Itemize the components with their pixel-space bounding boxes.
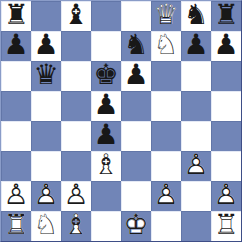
square-c5[interactable]	[61, 91, 91, 121]
square-c1[interactable]: ♝♗	[61, 211, 91, 241]
square-g3[interactable]: ♟♙	[181, 151, 211, 181]
piece-glyph-fill: ♚	[91, 61, 121, 90]
square-f1[interactable]	[151, 211, 181, 241]
piece-black-queen[interactable]: ♛	[31, 61, 61, 91]
piece-glyph-outline: ♖	[211, 211, 241, 240]
piece-glyph-fill: ♟	[91, 91, 121, 120]
piece-black-pawn[interactable]: ♟	[211, 31, 241, 61]
piece-white-king[interactable]: ♚♔	[121, 211, 151, 241]
square-c8[interactable]: ♝	[61, 1, 91, 31]
piece-white-pawn[interactable]: ♟♙	[211, 181, 241, 211]
square-c7[interactable]	[61, 31, 91, 61]
square-b2[interactable]: ♟♙	[31, 181, 61, 211]
piece-glyph-fill: ♟	[211, 31, 241, 60]
square-a6[interactable]	[1, 61, 31, 91]
piece-black-pawn[interactable]: ♟	[1, 31, 31, 61]
piece-black-king[interactable]: ♚	[91, 61, 121, 91]
piece-glyph-outline: ♘	[31, 211, 61, 240]
square-b5[interactable]	[31, 91, 61, 121]
square-e6[interactable]: ♟	[121, 61, 151, 91]
square-d2[interactable]	[91, 181, 121, 211]
piece-black-pawn[interactable]: ♟	[91, 121, 121, 151]
piece-glyph-fill: ♞	[121, 31, 151, 60]
piece-glyph-outline: ♙	[1, 181, 31, 210]
piece-glyph-fill: ♝	[61, 1, 91, 30]
square-a4[interactable]	[1, 121, 31, 151]
square-g5[interactable]	[181, 91, 211, 121]
square-e4[interactable]	[121, 121, 151, 151]
square-b4[interactable]	[31, 121, 61, 151]
piece-white-knight[interactable]: ♞♘	[31, 211, 61, 241]
square-d3[interactable]: ♝♗	[91, 151, 121, 181]
square-g7[interactable]: ♟	[181, 31, 211, 61]
square-c3[interactable]	[61, 151, 91, 181]
square-e2[interactable]	[121, 181, 151, 211]
square-g1[interactable]	[181, 211, 211, 241]
square-g8[interactable]: ♞	[181, 1, 211, 31]
square-d8[interactable]	[91, 1, 121, 31]
square-d4[interactable]: ♟	[91, 121, 121, 151]
square-f8[interactable]: ♛♕	[151, 1, 181, 31]
square-h1[interactable]: ♜♖	[211, 211, 241, 241]
piece-glyph-outline: ♘	[151, 31, 181, 60]
square-h3[interactable]	[211, 151, 241, 181]
square-b3[interactable]	[31, 151, 61, 181]
piece-white-pawn[interactable]: ♟♙	[61, 181, 91, 211]
piece-white-pawn[interactable]: ♟♙	[1, 181, 31, 211]
square-a3[interactable]	[1, 151, 31, 181]
piece-white-pawn[interactable]: ♟♙	[31, 181, 61, 211]
square-e8[interactable]	[121, 1, 151, 31]
piece-glyph-outline: ♕	[151, 1, 181, 30]
square-d6[interactable]: ♚	[91, 61, 121, 91]
chess-board: ♜♝♛♕♞♜♟♟♞♞♘♟♟♛♚♟♟♟♝♗♟♙♟♙♟♙♟♙♟♙♟♙♜♖♞♘♝♗♚♔…	[0, 0, 242, 242]
piece-white-pawn[interactable]: ♟♙	[151, 181, 181, 211]
square-f4[interactable]	[151, 121, 181, 151]
piece-white-rook[interactable]: ♜♖	[1, 211, 31, 241]
square-h5[interactable]	[211, 91, 241, 121]
piece-black-pawn[interactable]: ♟	[91, 91, 121, 121]
square-d7[interactable]	[91, 31, 121, 61]
square-f5[interactable]	[151, 91, 181, 121]
piece-glyph-outline: ♙	[211, 181, 241, 210]
piece-glyph-fill: ♜	[1, 1, 31, 30]
square-e1[interactable]: ♚♔	[121, 211, 151, 241]
square-h4[interactable]	[211, 121, 241, 151]
piece-glyph-fill: ♜	[211, 1, 241, 30]
piece-white-rook[interactable]: ♜♖	[211, 211, 241, 241]
piece-glyph-outline: ♙	[151, 181, 181, 210]
square-h8[interactable]: ♜	[211, 1, 241, 31]
piece-glyph-fill: ♟	[121, 61, 151, 90]
piece-glyph-outline: ♗	[91, 151, 121, 180]
piece-glyph-fill: ♟	[1, 31, 31, 60]
square-b7[interactable]: ♟	[31, 31, 61, 61]
piece-black-pawn[interactable]: ♟	[181, 31, 211, 61]
square-h6[interactable]	[211, 61, 241, 91]
square-b8[interactable]	[31, 1, 61, 31]
square-b1[interactable]: ♞♘	[31, 211, 61, 241]
square-h2[interactable]: ♟♙	[211, 181, 241, 211]
square-c4[interactable]	[61, 121, 91, 151]
square-a2[interactable]: ♟♙	[1, 181, 31, 211]
square-g2[interactable]	[181, 181, 211, 211]
piece-white-knight[interactable]: ♞♘	[151, 31, 181, 61]
square-g4[interactable]	[181, 121, 211, 151]
square-g6[interactable]	[181, 61, 211, 91]
square-e7[interactable]: ♞	[121, 31, 151, 61]
piece-glyph-outline: ♔	[121, 211, 151, 240]
piece-glyph-fill: ♟	[181, 31, 211, 60]
square-d5[interactable]: ♟	[91, 91, 121, 121]
square-c2[interactable]: ♟♙	[61, 181, 91, 211]
piece-white-queen[interactable]: ♛♕	[151, 1, 181, 31]
piece-black-pawn[interactable]: ♟	[31, 31, 61, 61]
piece-black-knight[interactable]: ♞	[121, 31, 151, 61]
piece-glyph-fill: ♛	[31, 61, 61, 90]
piece-glyph-outline: ♙	[31, 181, 61, 210]
piece-black-knight[interactable]: ♞	[181, 1, 211, 31]
piece-glyph-outline: ♙	[181, 151, 211, 180]
square-f7[interactable]: ♞♘	[151, 31, 181, 61]
square-d1[interactable]	[91, 211, 121, 241]
piece-black-rook[interactable]: ♜	[211, 1, 241, 31]
square-b6[interactable]: ♛	[31, 61, 61, 91]
piece-white-bishop[interactable]: ♝♗	[61, 211, 91, 241]
piece-white-pawn[interactable]: ♟♙	[181, 151, 211, 181]
piece-black-bishop[interactable]: ♝	[61, 1, 91, 31]
piece-black-pawn[interactable]: ♟	[121, 61, 151, 91]
square-a7[interactable]: ♟	[1, 31, 31, 61]
square-h7[interactable]: ♟	[211, 31, 241, 61]
piece-glyph-fill: ♟	[31, 31, 61, 60]
square-a8[interactable]: ♜	[1, 1, 31, 31]
piece-glyph-outline: ♗	[61, 211, 91, 240]
piece-black-rook[interactable]: ♜	[1, 1, 31, 31]
square-e3[interactable]	[121, 151, 151, 181]
piece-glyph-outline: ♖	[1, 211, 31, 240]
piece-glyph-outline: ♙	[61, 181, 91, 210]
square-c6[interactable]	[61, 61, 91, 91]
square-f6[interactable]	[151, 61, 181, 91]
square-f3[interactable]	[151, 151, 181, 181]
piece-glyph-fill: ♟	[91, 121, 121, 150]
piece-glyph-fill: ♞	[181, 1, 211, 30]
square-a5[interactable]	[1, 91, 31, 121]
square-f2[interactable]: ♟♙	[151, 181, 181, 211]
piece-white-bishop[interactable]: ♝♗	[91, 151, 121, 181]
square-e5[interactable]	[121, 91, 151, 121]
square-a1[interactable]: ♜♖	[1, 211, 31, 241]
